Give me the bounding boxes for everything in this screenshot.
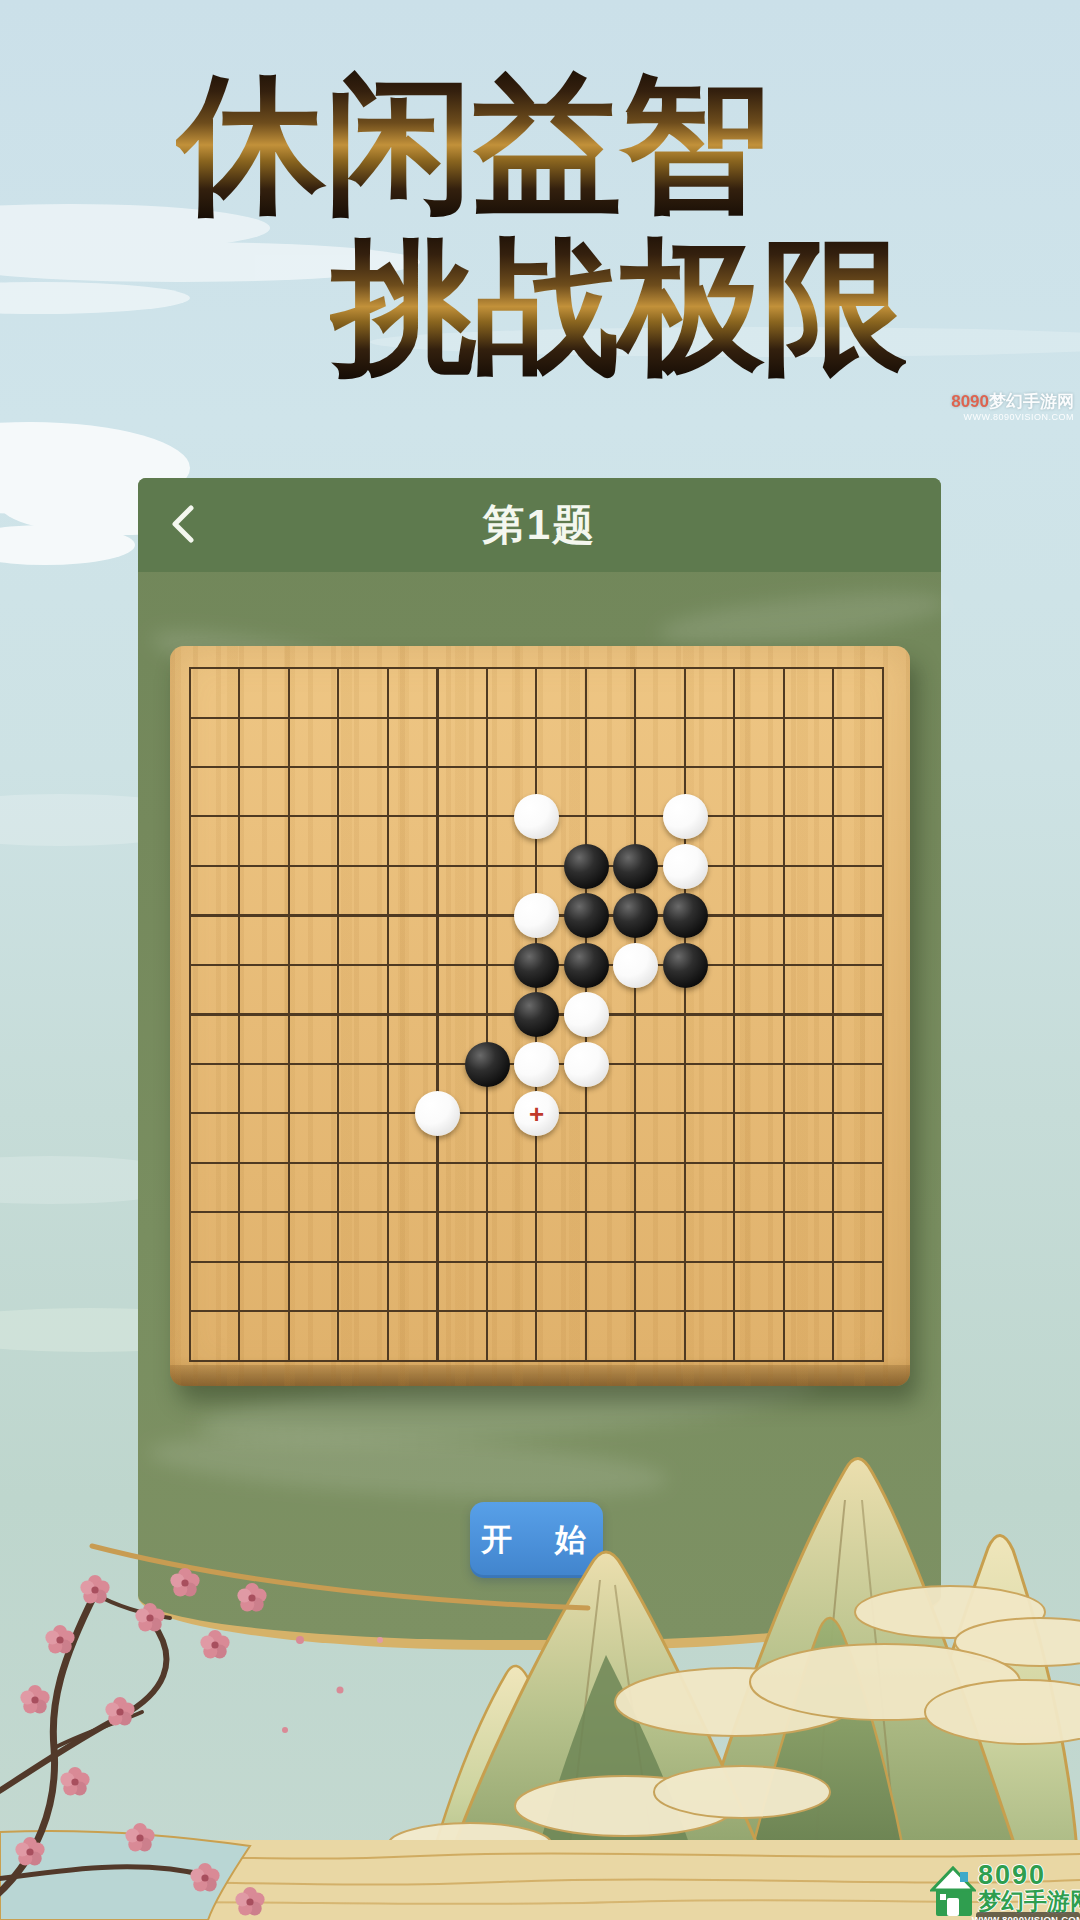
stone-black	[564, 893, 609, 938]
stone-black	[465, 1042, 510, 1087]
stone-black	[663, 943, 708, 988]
stone-white	[415, 1091, 460, 1136]
watermark-url: WWW.8090VISION.COM	[951, 412, 1074, 422]
stone-white	[663, 794, 708, 839]
watermark-url: WWW.8090VISION.COM	[976, 1912, 1080, 1920]
stone-black	[514, 992, 559, 1037]
panel-header: 第1题	[138, 478, 941, 572]
stone-black	[613, 893, 658, 938]
stone-white	[514, 794, 559, 839]
watermark-brand: 8090	[951, 392, 989, 411]
stone-black	[613, 844, 658, 889]
house-logo-icon	[930, 1864, 976, 1920]
stone-white	[564, 992, 609, 1037]
gomoku-board[interactable]: +	[170, 646, 910, 1386]
stone-white-last-move: +	[514, 1091, 559, 1136]
stone-black	[564, 943, 609, 988]
stones-layer: +	[170, 646, 910, 1386]
title-line-2: 挑战极限	[330, 230, 906, 383]
stone-black	[564, 844, 609, 889]
last-move-marker: +	[529, 1101, 544, 1127]
stone-white	[663, 844, 708, 889]
watermark-name: 梦幻手游网	[989, 392, 1074, 411]
stone-black	[514, 943, 559, 988]
stone-white	[514, 1042, 559, 1087]
page-title: 第1题	[138, 497, 941, 553]
panel-mist-streak	[657, 583, 950, 653]
stone-white	[514, 893, 559, 938]
title-line-1: 休闲益智	[176, 66, 768, 224]
watermark-top-right: 8090梦幻手游网 WWW.8090VISION.COM	[951, 392, 1074, 422]
stone-white	[613, 943, 658, 988]
game-panel: 第1题 +	[138, 478, 941, 1650]
stone-white	[564, 1042, 609, 1087]
start-button[interactable]: 开 始	[470, 1502, 603, 1578]
stone-black	[663, 893, 708, 938]
